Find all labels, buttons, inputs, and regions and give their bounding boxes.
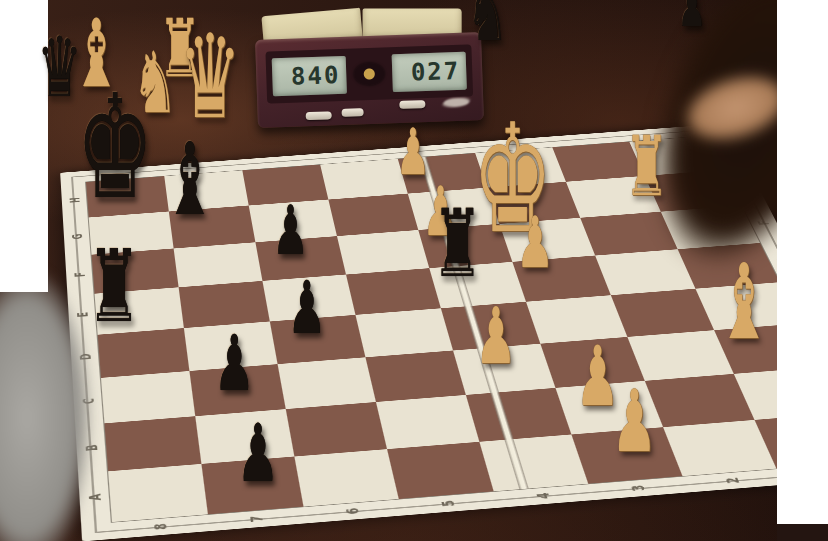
photo: HHGGFFEEDDCCBBAA87654321 840 027 ♚♝♜♟♟♟♟…	[0, 0, 828, 541]
table-corner-bottom-right	[777, 524, 828, 541]
square-b7	[195, 409, 294, 464]
file-label-left-h: H	[65, 195, 85, 205]
square-e6	[262, 275, 355, 322]
white-margin-left	[0, 0, 48, 292]
square-e4	[429, 262, 526, 308]
square-e5	[346, 268, 441, 315]
file-label-left-g: G	[67, 231, 88, 242]
clock-button-1	[306, 111, 332, 120]
square-c5	[365, 350, 465, 402]
square-f8	[92, 248, 179, 293]
square-h6	[242, 165, 328, 206]
square-a6	[294, 449, 398, 506]
square-e8	[95, 287, 184, 334]
square-g7	[169, 206, 256, 249]
square-c7	[189, 364, 285, 416]
rank-label-bottom-6: 6	[339, 504, 365, 519]
clock-brand-logo	[441, 97, 471, 107]
square-d6	[270, 315, 366, 364]
clock-body: 840 027	[255, 32, 484, 128]
chess-clock: 840 027	[254, 4, 484, 128]
white-margin-right	[777, 0, 828, 524]
square-c3	[540, 337, 644, 388]
square-g8	[89, 211, 174, 254]
square-d5	[355, 308, 453, 357]
square-h2	[552, 142, 644, 182]
square-b8	[104, 416, 201, 471]
clock-left-display: 840	[272, 56, 347, 97]
square-c4	[453, 344, 555, 395]
square-h3	[475, 147, 566, 187]
square-d7	[184, 321, 278, 371]
square-a4	[479, 434, 588, 491]
clock-right-display: 027	[392, 52, 467, 93]
rank-label-bottom-5: 5	[434, 496, 461, 511]
square-f4	[418, 224, 512, 268]
square-f3	[499, 218, 595, 262]
square-b5	[376, 395, 479, 449]
clock-face: 840 027	[265, 44, 473, 103]
square-h4	[398, 153, 487, 193]
square-d8	[98, 328, 190, 378]
square-d4	[441, 302, 540, 351]
square-h7	[164, 170, 248, 211]
square-h5	[320, 159, 408, 200]
file-label-left-a: A	[83, 490, 107, 504]
square-g6	[249, 200, 337, 243]
square-g4	[408, 188, 500, 230]
square-g5	[328, 194, 418, 237]
clock-medallion-icon	[354, 62, 385, 85]
square-d3	[526, 295, 627, 343]
square-a7	[201, 457, 303, 515]
rank-label-bottom-2: 2	[718, 473, 747, 487]
rank-label-bottom-8: 8	[148, 519, 173, 534]
square-b6	[286, 402, 387, 457]
square-e3	[512, 256, 611, 302]
file-label-left-f: F	[69, 269, 90, 280]
square-h8	[86, 176, 169, 217]
rank-label-bottom-7: 7	[244, 511, 270, 526]
square-a5	[387, 442, 494, 499]
square-c8	[101, 371, 195, 423]
square-e7	[179, 281, 270, 328]
square-b4	[466, 388, 572, 442]
rank-label-bottom-4: 4	[529, 488, 556, 503]
square-g3	[487, 182, 580, 224]
square-f5	[337, 230, 429, 275]
square-f6	[255, 236, 346, 281]
clock-button-3	[399, 100, 425, 109]
square-a8	[108, 464, 208, 522]
square-f7	[174, 242, 263, 287]
rank-label-bottom-3: 3	[624, 481, 652, 495]
clock-button-2	[341, 108, 363, 117]
square-c6	[278, 357, 376, 409]
